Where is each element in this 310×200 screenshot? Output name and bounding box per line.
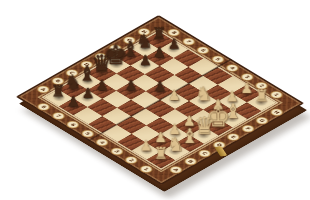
border-ornament-rank-3-near: 3 — [108, 146, 125, 156]
board-perspective-wrap: ♜♟♟♜♞♟♟♝♟♞♟♝♚♟♟♚♛♟♟♛♝♟♟♝♞♟♟♞♜♟♟♜ 88HH77G… — [58, 0, 262, 200]
border-ornament-rank-5-far: 5 — [209, 54, 226, 64]
pawn-glyph: ♟ — [153, 45, 166, 59]
border-ornament-rank-2-near: 2 — [123, 155, 140, 165]
border-ornament-file-D-left: D — [78, 60, 95, 70]
border-ornament-file-F-left: F — [107, 43, 124, 53]
pawn-glyph: ♟ — [154, 130, 167, 144]
pawn-glyph: ♟ — [167, 37, 180, 51]
border-ornament-file-C-left: C — [64, 68, 81, 78]
square-g6 — [159, 58, 188, 75]
pawn-glyph: ♟ — [154, 79, 167, 93]
border-ornament-rank-8-far: 8 — [165, 28, 182, 38]
square-e5: ♟ — [145, 83, 174, 100]
square-d7 — [102, 73, 131, 90]
border-ornament-rank-4-far: 4 — [224, 63, 241, 73]
border-ornament-rank-3-far: 3 — [239, 72, 256, 82]
border-ornament-rank-4-near: 4 — [94, 137, 111, 147]
rook-glyph: ♜ — [152, 26, 166, 42]
square-e6 — [131, 74, 160, 91]
border-ornament-rank-6-far: 6 — [195, 45, 212, 55]
square-g7: ♟ — [145, 49, 174, 66]
chess-set-photo: ♜♟♟♜♞♟♟♝♟♞♟♝♚♟♟♚♛♟♟♛♝♟♟♝♞♟♟♞♜♟♟♜ 88HH77G… — [0, 0, 310, 200]
square-e8: ♚ — [102, 56, 131, 73]
pawn-glyph: ♟ — [140, 139, 153, 153]
pawn-glyph: ♟ — [241, 81, 254, 95]
square-g5 — [174, 67, 203, 84]
square-g4 — [189, 75, 218, 92]
border-ornament-rank-7-far: 7 — [180, 37, 197, 47]
border-ornament-rank-7-near: 7 — [50, 111, 67, 121]
square-f4 — [174, 84, 203, 101]
square-e7 — [116, 65, 145, 82]
square-f8: ♝ — [116, 48, 145, 65]
pawn-glyph: ♟ — [81, 86, 94, 100]
pawn-glyph: ♟ — [67, 94, 80, 108]
pawn-glyph: ♟ — [96, 78, 109, 92]
border-ornaments: 88HH77GG66FF55EE44DD33CC22BB11AA — [159, 15, 304, 103]
pawn-glyph: ♟ — [125, 78, 138, 92]
pawn-glyph: ♟ — [168, 88, 181, 102]
border-ornament-file-H-left: H — [135, 27, 152, 37]
border-ornament-file-E-left: E — [92, 52, 109, 62]
rook-glyph: ♜ — [254, 88, 268, 104]
border-ornament-file-G-left: G — [121, 35, 138, 45]
border-ornament-rank-1-far: 1 — [268, 90, 285, 100]
square-f7: ♟ — [130, 57, 159, 74]
border-ornament-rank-6-near: 6 — [64, 120, 81, 130]
border-ornament-rank-1-near: 1 — [138, 164, 155, 174]
square-d6: ♟ — [116, 82, 145, 99]
rook-glyph: ♜ — [51, 84, 65, 100]
border-ornament-rank-8-near: 8 — [35, 102, 52, 112]
square-g8: ♞ — [130, 40, 159, 57]
square-f5 — [160, 75, 189, 92]
square-d8: ♛ — [87, 65, 116, 82]
square-f6 — [145, 66, 174, 83]
pawn-glyph: ♟ — [139, 53, 152, 67]
square-c6 — [102, 90, 131, 107]
rook-glyph: ♜ — [154, 146, 168, 162]
chess-board: ♜♟♟♜♞♟♟♝♟♞♟♝♚♟♟♚♛♟♟♛♝♟♟♝♞♟♟♞♜♟♟♜ 88HH77G… — [16, 15, 304, 185]
knight-glyph: ♞ — [167, 135, 184, 154]
